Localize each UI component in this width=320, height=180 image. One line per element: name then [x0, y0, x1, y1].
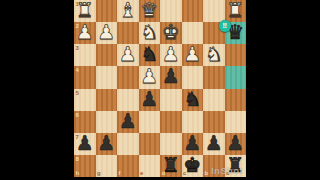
square-h8[interactable]: 8h — [74, 155, 96, 177]
square-a5[interactable] — [225, 89, 247, 111]
square-h5[interactable]: 5 — [74, 89, 96, 111]
black-pawn: ♟ — [76, 133, 94, 153]
square-d5[interactable] — [160, 89, 182, 111]
square-g8[interactable]: g — [96, 155, 118, 177]
square-a4[interactable] — [225, 66, 247, 88]
square-a1[interactable]: ♜ — [225, 0, 247, 22]
square-c8[interactable]: c♚ — [182, 155, 204, 177]
square-e1[interactable]: ♛ — [139, 0, 161, 22]
white-pawn: ♟ — [162, 44, 180, 64]
square-b6[interactable] — [203, 111, 225, 133]
file-label-c: c — [183, 170, 186, 176]
square-e2[interactable]: ♞ — [139, 22, 161, 44]
white-knight: ♞ — [205, 44, 223, 64]
white-pawn: ♟ — [76, 22, 94, 42]
square-h4[interactable]: 4 — [74, 66, 96, 88]
white-queen: ♛ — [140, 0, 158, 20]
square-b5[interactable] — [203, 89, 225, 111]
square-h1[interactable]: 1♜ — [74, 0, 96, 22]
square-a6[interactable] — [225, 111, 247, 133]
black-king: ♚ — [183, 155, 201, 175]
white-rook: ♜ — [76, 0, 94, 20]
square-d8[interactable]: d♜ — [160, 155, 182, 177]
inshot-watermark: InShot — [211, 165, 243, 176]
square-e3[interactable]: ♞ — [139, 44, 161, 66]
file-label-f: f — [119, 170, 121, 176]
white-pawn: ♟ — [140, 66, 158, 86]
square-a3[interactable] — [225, 44, 247, 66]
black-knight: ♞ — [183, 89, 201, 109]
black-pawn: ♟ — [226, 133, 244, 153]
black-pawn: ♟ — [97, 133, 115, 153]
file-label-h: h — [76, 170, 80, 176]
square-e6[interactable] — [139, 111, 161, 133]
square-e8[interactable]: e — [139, 155, 161, 177]
rank-label-3: 3 — [76, 45, 79, 51]
letterbox-left — [0, 0, 74, 180]
square-d3[interactable]: ♟ — [160, 44, 182, 66]
square-h3[interactable]: 3 — [74, 44, 96, 66]
file-label-g: g — [97, 170, 101, 176]
square-g4[interactable] — [96, 66, 118, 88]
square-c1[interactable] — [182, 0, 204, 22]
rank-label-4: 4 — [76, 67, 79, 73]
square-c2[interactable] — [182, 22, 204, 44]
square-c7[interactable]: ♟ — [182, 133, 204, 155]
square-f8[interactable]: f — [117, 155, 139, 177]
video-frame: 1♜♝♛♜2♟♟♞♚♛3♟♞♟♟♞4♟♟5♟♞6♟7♟♟♟♟♟8hgfed♜c♚… — [0, 0, 320, 180]
rank-label-1: 1 — [76, 1, 79, 7]
rank-label-6: 6 — [76, 112, 79, 118]
file-label-d: d — [162, 170, 166, 176]
square-h6[interactable]: 6 — [74, 111, 96, 133]
white-pawn: ♟ — [119, 44, 137, 64]
black-pawn: ♟ — [140, 89, 158, 109]
square-b4[interactable] — [203, 66, 225, 88]
square-g7[interactable]: ♟ — [96, 133, 118, 155]
square-c3[interactable]: ♟ — [182, 44, 204, 66]
square-f3[interactable]: ♟ — [117, 44, 139, 66]
square-g5[interactable] — [96, 89, 118, 111]
letterbox-right — [246, 0, 320, 180]
black-knight: ♞ — [140, 44, 158, 64]
square-g3[interactable] — [96, 44, 118, 66]
square-d4[interactable]: ♟ — [160, 66, 182, 88]
white-knight: ♞ — [140, 22, 158, 42]
square-f1[interactable]: ♝ — [117, 0, 139, 22]
square-c5[interactable]: ♞ — [182, 89, 204, 111]
white-rook: ♜ — [226, 0, 244, 20]
square-b7[interactable]: ♟ — [203, 133, 225, 155]
square-e5[interactable]: ♟ — [139, 89, 161, 111]
rank-label-7: 7 — [76, 134, 79, 140]
square-a7[interactable]: ♟ — [225, 133, 247, 155]
square-d2[interactable]: ♚ — [160, 22, 182, 44]
square-c4[interactable] — [182, 66, 204, 88]
rank-label-8: 8 — [76, 156, 79, 162]
brilliant-move-badge: !! — [219, 20, 231, 32]
file-label-b: b — [205, 170, 209, 176]
white-bishop: ♝ — [119, 0, 137, 20]
square-f5[interactable] — [117, 89, 139, 111]
square-e7[interactable] — [139, 133, 161, 155]
square-f7[interactable] — [117, 133, 139, 155]
square-e4[interactable]: ♟ — [139, 66, 161, 88]
black-rook: ♜ — [162, 155, 180, 175]
square-b3[interactable]: ♞ — [203, 44, 225, 66]
black-pawn: ♟ — [162, 66, 180, 86]
square-f2[interactable] — [117, 22, 139, 44]
square-d7[interactable] — [160, 133, 182, 155]
rank-label-2: 2 — [76, 23, 79, 29]
black-pawn: ♟ — [119, 111, 137, 131]
rank-label-5: 5 — [76, 90, 79, 96]
file-label-e: e — [140, 170, 143, 176]
square-d6[interactable] — [160, 111, 182, 133]
white-pawn: ♟ — [97, 22, 115, 42]
black-pawn: ♟ — [183, 133, 201, 153]
square-g6[interactable] — [96, 111, 118, 133]
white-pawn: ♟ — [183, 44, 201, 64]
square-g1[interactable] — [96, 0, 118, 22]
black-pawn: ♟ — [205, 133, 223, 153]
square-c6[interactable] — [182, 111, 204, 133]
square-f6[interactable]: ♟ — [117, 111, 139, 133]
square-g2[interactable]: ♟ — [96, 22, 118, 44]
white-king: ♚ — [162, 22, 180, 42]
square-f4[interactable] — [117, 66, 139, 88]
square-b1[interactable] — [203, 0, 225, 22]
square-h7[interactable]: 7♟ — [74, 133, 96, 155]
square-d1[interactable] — [160, 0, 182, 22]
square-h2[interactable]: 2♟ — [74, 22, 96, 44]
